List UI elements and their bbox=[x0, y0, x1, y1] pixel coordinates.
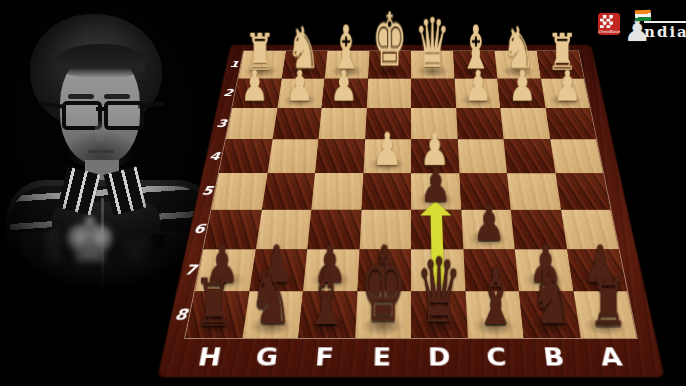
india-flag-icon bbox=[635, 10, 652, 22]
square-h8: ♜ bbox=[185, 292, 248, 338]
square-e2 bbox=[366, 78, 411, 107]
square-h5 bbox=[212, 173, 267, 209]
square-f8: ♝ bbox=[298, 292, 357, 338]
square-e8: ♚ bbox=[355, 292, 411, 338]
square-a2: ♟ bbox=[541, 78, 590, 107]
square-f2: ♟ bbox=[322, 78, 368, 107]
square-h2: ♟ bbox=[232, 78, 281, 107]
white-pawn-g2: ♟ bbox=[285, 64, 313, 106]
square-h3 bbox=[226, 108, 277, 139]
chess-board-scene: 12345678 HGFEDCBA ♜♞♝♚♛♝♞♜♟♟♟♟♟♟♟♟♟♟♟♟♟♟… bbox=[201, 0, 621, 386]
black-pawn-c6: ♟ bbox=[472, 198, 505, 247]
india-wordmark: ndia bbox=[644, 21, 686, 41]
square-e4: ♟ bbox=[363, 139, 411, 173]
file-label-g: G bbox=[236, 338, 298, 377]
square-c4 bbox=[457, 139, 507, 173]
square-c2: ♟ bbox=[454, 78, 500, 107]
file-label-b: B bbox=[524, 338, 586, 377]
square-h4 bbox=[219, 139, 272, 173]
file-label-a: A bbox=[580, 338, 644, 377]
square-c8: ♝ bbox=[465, 292, 524, 338]
square-c6: ♟ bbox=[461, 210, 515, 249]
square-d2 bbox=[411, 78, 456, 107]
white-pawn-c2: ♟ bbox=[464, 64, 492, 106]
board-squares: ♜♞♝♚♛♝♞♜♟♟♟♟♟♟♟♟♟♟♟♟♟♟♟♟♜♞♝♚♛♝♞♜ bbox=[185, 51, 636, 338]
square-d8: ♛ bbox=[411, 292, 467, 338]
black-knight-b8: ♞ bbox=[530, 260, 574, 336]
square-d1: ♛ bbox=[411, 51, 454, 78]
square-g8: ♞ bbox=[242, 292, 303, 338]
white-pawn-f2: ♟ bbox=[330, 64, 358, 106]
white-pawn-a2: ♟ bbox=[553, 64, 581, 106]
file-label-f: F bbox=[294, 338, 354, 377]
black-rook-h8: ♜ bbox=[194, 270, 234, 336]
square-d5: ♟ bbox=[411, 173, 461, 209]
white-pawn-b2: ♟ bbox=[509, 64, 537, 106]
square-e5 bbox=[361, 173, 411, 209]
black-pawn-d5: ♟ bbox=[420, 161, 451, 208]
square-c3 bbox=[456, 108, 504, 139]
black-king-e8: ♚ bbox=[360, 239, 406, 336]
black-bishop-c8: ♝ bbox=[475, 257, 517, 336]
square-b8: ♞ bbox=[519, 292, 580, 338]
black-queen-d8: ♛ bbox=[416, 247, 462, 336]
black-bishop-f8: ♝ bbox=[306, 257, 348, 336]
square-g2: ♟ bbox=[277, 78, 325, 107]
white-pawn-e4: ♟ bbox=[372, 126, 402, 171]
chess-board: 12345678 HGFEDCBA ♜♞♝♚♛♝♞♜♟♟♟♟♟♟♟♟♟♟♟♟♟♟… bbox=[158, 45, 663, 376]
square-b5 bbox=[507, 173, 561, 209]
file-label-e: E bbox=[353, 338, 411, 377]
square-g3 bbox=[272, 108, 321, 139]
square-g5 bbox=[261, 173, 315, 209]
square-e1: ♚ bbox=[368, 51, 411, 78]
square-b4 bbox=[504, 139, 555, 173]
square-a8: ♜ bbox=[573, 292, 636, 338]
black-rook-a8: ♜ bbox=[588, 270, 628, 336]
white-king-e1: ♚ bbox=[372, 3, 407, 77]
square-a4 bbox=[550, 139, 603, 173]
file-label-c: C bbox=[467, 338, 527, 377]
square-b3 bbox=[500, 108, 549, 139]
square-f5 bbox=[311, 173, 363, 209]
black-knight-g8: ♞ bbox=[248, 260, 292, 336]
white-queen-d1: ♛ bbox=[415, 9, 450, 77]
file-label-h: H bbox=[178, 338, 242, 377]
white-pawn-h2: ♟ bbox=[241, 64, 269, 106]
square-a5 bbox=[555, 173, 610, 209]
file-labels: HGFEDCBA bbox=[178, 338, 645, 377]
square-b2: ♟ bbox=[497, 78, 545, 107]
square-f3 bbox=[318, 108, 366, 139]
file-label-d: D bbox=[411, 338, 469, 377]
square-g4 bbox=[267, 139, 318, 173]
square-f4 bbox=[315, 139, 365, 173]
square-a3 bbox=[545, 108, 596, 139]
